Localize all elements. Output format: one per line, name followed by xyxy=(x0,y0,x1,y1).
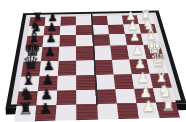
square-e4[interactable] xyxy=(93,46,111,61)
piece-white-pawn-f2[interactable]: ♟ xyxy=(128,31,139,43)
piece-white-rook-a1[interactable]: ♜ xyxy=(161,97,176,113)
chess-set-photo: ♜♟♟♜♞♟♟♞♝♟♟♝♚♟♟♚♛♟♟♛♝♟♟♝♞♟♟♞♜♟♟♜ xyxy=(0,0,186,122)
piece-black-pawn-f7[interactable]: ♟ xyxy=(45,32,56,44)
square-b3[interactable] xyxy=(114,88,135,103)
square-f3[interactable] xyxy=(108,34,126,46)
square-a2[interactable]: ♟ xyxy=(136,103,159,119)
square-c3[interactable] xyxy=(113,74,134,89)
square-g4[interactable] xyxy=(91,25,108,35)
square-g5[interactable] xyxy=(76,25,92,35)
square-d5[interactable] xyxy=(76,60,94,75)
piece-black-pawn-a7[interactable]: ♟ xyxy=(38,102,52,117)
square-d3[interactable] xyxy=(111,59,131,74)
square-b6[interactable] xyxy=(56,90,76,105)
square-b5[interactable] xyxy=(76,89,96,104)
square-e6[interactable] xyxy=(58,46,76,61)
square-a7[interactable]: ♟ xyxy=(34,105,56,121)
square-a8[interactable]: ♜ xyxy=(13,106,36,122)
square-g3[interactable] xyxy=(107,24,124,34)
piece-white-pawn-a2[interactable]: ♟ xyxy=(141,99,155,114)
square-d4[interactable] xyxy=(93,60,112,75)
square-a4[interactable] xyxy=(96,104,118,120)
square-h4[interactable] xyxy=(91,16,107,25)
square-h3[interactable] xyxy=(106,16,123,25)
square-f5[interactable] xyxy=(76,35,93,47)
board-margin: ♜♟♟♜♞♟♟♞♝♟♟♝♚♟♟♚♛♟♟♛♝♟♟♝♞♟♟♞♜♟♟♜ xyxy=(10,13,180,105)
square-f6[interactable] xyxy=(59,35,76,47)
piece-black-rook-a8[interactable]: ♜ xyxy=(17,101,32,118)
board-3d-tilt: ♜♟♟♜♞♟♟♞♝♟♟♝♚♟♟♚♛♟♟♛♝♟♟♝♞♟♟♞♜♟♟♜ xyxy=(5,11,186,108)
square-h6[interactable] xyxy=(60,16,76,25)
square-g6[interactable] xyxy=(60,25,76,35)
square-a3[interactable] xyxy=(116,103,138,119)
square-f4[interactable] xyxy=(92,34,109,46)
square-h5[interactable] xyxy=(76,16,92,25)
square-d6[interactable] xyxy=(58,61,76,76)
square-c4[interactable] xyxy=(94,74,114,89)
square-c5[interactable] xyxy=(76,75,95,90)
square-a6[interactable] xyxy=(55,105,76,121)
square-b4[interactable] xyxy=(95,89,116,104)
square-e5[interactable] xyxy=(76,46,94,61)
square-e3[interactable] xyxy=(109,45,128,59)
square-a1[interactable]: ♜ xyxy=(155,102,179,117)
square-a5[interactable] xyxy=(76,104,97,120)
board-frame: ♜♟♟♜♞♟♟♞♝♟♟♝♚♟♟♚♛♟♟♛♝♟♟♝♞♟♟♞♜♟♟♜ xyxy=(5,11,186,108)
square-c6[interactable] xyxy=(57,75,76,90)
